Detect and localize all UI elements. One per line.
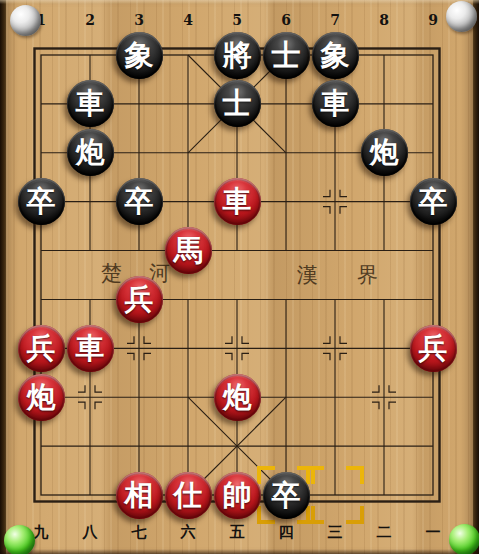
piece-glyph: 炮 xyxy=(223,374,252,421)
piece-glyph: 車 xyxy=(321,80,350,127)
file-label-bottom-2: 八 xyxy=(75,523,105,542)
piece-black-象-3-1[interactable]: 象 xyxy=(116,32,163,79)
piece-black-士-5-2[interactable]: 士 xyxy=(214,80,261,127)
piece-red-帥-5-10[interactable]: 帥 xyxy=(214,472,261,519)
file-label-bottom-7: 三 xyxy=(320,523,350,542)
file-label-top-4: 4 xyxy=(173,12,203,28)
file-label-bottom-9: 一 xyxy=(418,523,448,542)
indicator-ball-bottom-right xyxy=(449,524,479,554)
piece-glyph: 兵 xyxy=(27,325,56,372)
board-frame-right xyxy=(473,0,479,554)
piece-glyph: 卒 xyxy=(272,472,301,519)
board-frame-top xyxy=(0,0,479,4)
piece-red-炮-5-8[interactable]: 炮 xyxy=(214,374,261,421)
indicator-ball-top-right xyxy=(446,1,477,32)
board-frame-bottom xyxy=(0,549,479,554)
file-label-top-9: 9 xyxy=(418,12,448,28)
piece-black-卒-6-10[interactable]: 卒 xyxy=(263,472,310,519)
piece-red-馬-4-5[interactable]: 馬 xyxy=(165,227,212,274)
piece-glyph: 卒 xyxy=(27,178,56,225)
board-frame-left xyxy=(0,0,6,554)
indicator-ball-bottom-left xyxy=(4,525,35,554)
piece-red-車-2-7[interactable]: 車 xyxy=(67,325,114,372)
file-label-bottom-3: 七 xyxy=(124,523,154,542)
file-label-top-6: 6 xyxy=(271,12,301,28)
piece-glyph: 車 xyxy=(76,325,105,372)
piece-glyph: 兵 xyxy=(419,325,448,372)
piece-black-車-7-2[interactable]: 車 xyxy=(312,80,359,127)
file-label-top-3: 3 xyxy=(124,12,154,28)
piece-glyph: 車 xyxy=(76,80,105,127)
piece-glyph: 帥 xyxy=(223,472,252,519)
river-char-4: 界 xyxy=(357,261,378,289)
file-label-top-8: 8 xyxy=(369,12,399,28)
file-label-top-5: 5 xyxy=(222,12,252,28)
piece-glyph: 士 xyxy=(223,80,252,127)
piece-black-卒-9-4[interactable]: 卒 xyxy=(410,178,457,225)
river-char-1: 楚 xyxy=(101,259,122,287)
piece-black-象-7-1[interactable]: 象 xyxy=(312,32,359,79)
piece-glyph: 卒 xyxy=(419,178,448,225)
river-char-3: 漢 xyxy=(297,261,318,289)
piece-black-炮-8-3[interactable]: 炮 xyxy=(361,129,408,176)
file-label-bottom-6: 四 xyxy=(271,523,301,542)
piece-glyph: 卒 xyxy=(125,178,154,225)
piece-black-炮-2-3[interactable]: 炮 xyxy=(67,129,114,176)
indicator-ball-top-left xyxy=(10,5,41,36)
piece-glyph: 象 xyxy=(321,32,350,79)
piece-red-仕-4-10[interactable]: 仕 xyxy=(165,472,212,519)
piece-red-相-3-10[interactable]: 相 xyxy=(116,472,163,519)
xiangqi-board-app: 楚河漢界 123456789 九八七六五四三二一 象將士象車士車炮炮卒卒車卒馬兵… xyxy=(0,0,479,554)
piece-black-卒-1-4[interactable]: 卒 xyxy=(18,178,65,225)
piece-glyph: 仕 xyxy=(174,472,203,519)
file-label-bottom-4: 六 xyxy=(173,523,203,542)
file-label-top-2: 2 xyxy=(75,12,105,28)
piece-glyph: 炮 xyxy=(27,374,56,421)
file-label-top-7: 7 xyxy=(320,12,350,28)
piece-glyph: 象 xyxy=(125,32,154,79)
piece-glyph: 炮 xyxy=(370,129,399,176)
piece-glyph: 馬 xyxy=(174,227,203,274)
piece-black-將-5-1[interactable]: 將 xyxy=(214,32,261,79)
piece-black-卒-3-4[interactable]: 卒 xyxy=(116,178,163,225)
piece-glyph: 將 xyxy=(223,32,252,79)
piece-glyph: 士 xyxy=(272,32,301,79)
piece-red-炮-1-8[interactable]: 炮 xyxy=(18,374,65,421)
piece-glyph: 兵 xyxy=(125,276,154,323)
piece-glyph: 炮 xyxy=(76,129,105,176)
file-label-bottom-8: 二 xyxy=(369,523,399,542)
piece-black-車-2-2[interactable]: 車 xyxy=(67,80,114,127)
file-label-bottom-5: 五 xyxy=(222,523,252,542)
piece-glyph: 相 xyxy=(125,472,154,519)
piece-glyph: 車 xyxy=(223,178,252,225)
piece-red-車-5-4[interactable]: 車 xyxy=(214,178,261,225)
piece-red-兵-9-7[interactable]: 兵 xyxy=(410,325,457,372)
piece-red-兵-1-7[interactable]: 兵 xyxy=(18,325,65,372)
piece-red-兵-3-6[interactable]: 兵 xyxy=(116,276,163,323)
piece-black-士-6-1[interactable]: 士 xyxy=(263,32,310,79)
